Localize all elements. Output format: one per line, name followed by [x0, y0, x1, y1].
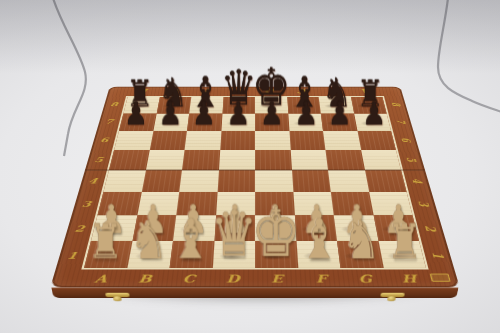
board-front-edge	[51, 287, 458, 298]
chess-board-3d: ♜♞♝♛♚♝♞♜♟♟♟♟♟♟♟♟♟♟♟♟♟♟♟♟♜♞♝♛♚♝♞♜ ABCDEFG…	[50, 87, 460, 288]
black-pawn-e7[interactable]: ♟	[260, 97, 284, 130]
square-a5[interactable]	[109, 150, 149, 170]
black-pawn-g7[interactable]: ♟	[328, 97, 352, 130]
square-d5[interactable]	[219, 150, 256, 170]
square-f7[interactable]: ♟	[288, 113, 323, 131]
square-e6[interactable]	[255, 131, 290, 150]
square-f4[interactable]	[292, 170, 331, 192]
square-g5[interactable]	[325, 150, 364, 170]
square-a4[interactable]	[103, 170, 145, 192]
white-bishop-c1[interactable]: ♝	[171, 212, 211, 267]
file-label-g: G	[342, 271, 388, 286]
black-pawn-a7[interactable]: ♟	[124, 97, 148, 130]
white-rook-a1[interactable]: ♜	[88, 219, 123, 267]
square-c7[interactable]: ♟	[187, 113, 222, 131]
maker-stamp-icon	[430, 274, 451, 282]
square-b5[interactable]	[146, 150, 185, 170]
square-a1[interactable]: ♜	[84, 241, 132, 269]
square-d7[interactable]: ♟	[221, 113, 255, 131]
black-pawn-d7[interactable]: ♟	[226, 97, 250, 130]
white-bishop-f1[interactable]: ♝	[299, 212, 339, 267]
file-label-e: E	[255, 271, 299, 286]
file-label-c: C	[166, 271, 211, 286]
square-c6[interactable]	[185, 131, 221, 150]
rank-label-right-5: 5	[392, 155, 431, 165]
square-c5[interactable]	[182, 150, 220, 170]
square-c4[interactable]	[179, 170, 218, 192]
square-g4[interactable]	[328, 170, 369, 192]
square-d4[interactable]	[217, 170, 255, 192]
rank-label-right-8: 8	[378, 100, 413, 108]
square-g6[interactable]	[323, 131, 361, 150]
square-f5[interactable]	[290, 150, 328, 170]
square-c1[interactable]: ♝	[170, 241, 214, 269]
square-b4[interactable]	[141, 170, 182, 192]
black-pawn-c7[interactable]: ♟	[192, 97, 216, 130]
file-label-d: D	[211, 271, 255, 286]
white-king-e1[interactable]: ♚	[251, 199, 301, 267]
square-a6[interactable]	[114, 131, 153, 150]
square-b1[interactable]: ♞	[127, 241, 173, 269]
square-g7[interactable]: ♟	[321, 113, 357, 131]
square-d1[interactable]: ♛	[212, 241, 255, 269]
square-d6[interactable]	[220, 131, 255, 150]
black-pawn-b7[interactable]: ♟	[158, 97, 182, 130]
square-e7[interactable]: ♟	[255, 113, 289, 131]
square-e5[interactable]	[255, 150, 292, 170]
file-label-a: A	[77, 271, 124, 286]
white-knight-g1[interactable]: ♞	[342, 214, 381, 267]
white-rook-h1[interactable]: ♜	[387, 219, 422, 267]
square-a7[interactable]: ♟	[119, 113, 156, 131]
square-e4[interactable]	[255, 170, 293, 192]
photo-scene: ♜♞♝♛♚♝♞♜♟♟♟♟♟♟♟♟♟♟♟♟♟♟♟♟♜♞♝♛♚♝♞♜ ABCDEFG…	[0, 0, 500, 333]
square-f6[interactable]	[289, 131, 325, 150]
square-h1[interactable]: ♜	[378, 241, 426, 269]
board-frame: ♜♞♝♛♚♝♞♜♟♟♟♟♟♟♟♟♟♟♟♟♟♟♟♟♜♞♝♛♚♝♞♜ ABCDEFG…	[50, 87, 460, 288]
square-e1[interactable]: ♚	[255, 241, 298, 269]
file-label-f: F	[299, 271, 344, 286]
square-b6[interactable]	[149, 131, 187, 150]
brass-clasp-icon[interactable]	[105, 293, 129, 297]
brass-clasp-icon[interactable]	[380, 293, 404, 297]
white-knight-b1[interactable]: ♞	[129, 214, 168, 267]
board-grid: ♜♞♝♛♚♝♞♜♟♟♟♟♟♟♟♟♟♟♟♟♟♟♟♟♜♞♝♛♚♝♞♜	[81, 96, 428, 270]
square-h4[interactable]	[365, 170, 407, 192]
square-g1[interactable]: ♞	[337, 241, 383, 269]
black-pawn-f7[interactable]: ♟	[294, 97, 318, 130]
file-labels-bottom: ABCDEFGH	[77, 271, 433, 286]
file-label-b: B	[122, 271, 168, 286]
square-f1[interactable]: ♝	[296, 241, 340, 269]
white-queen-d1[interactable]: ♛	[210, 203, 256, 266]
rank-label-right-6: 6	[387, 135, 425, 144]
file-label-h: H	[386, 271, 433, 286]
rank-label-right-7: 7	[383, 117, 419, 126]
square-b7[interactable]: ♟	[153, 113, 189, 131]
